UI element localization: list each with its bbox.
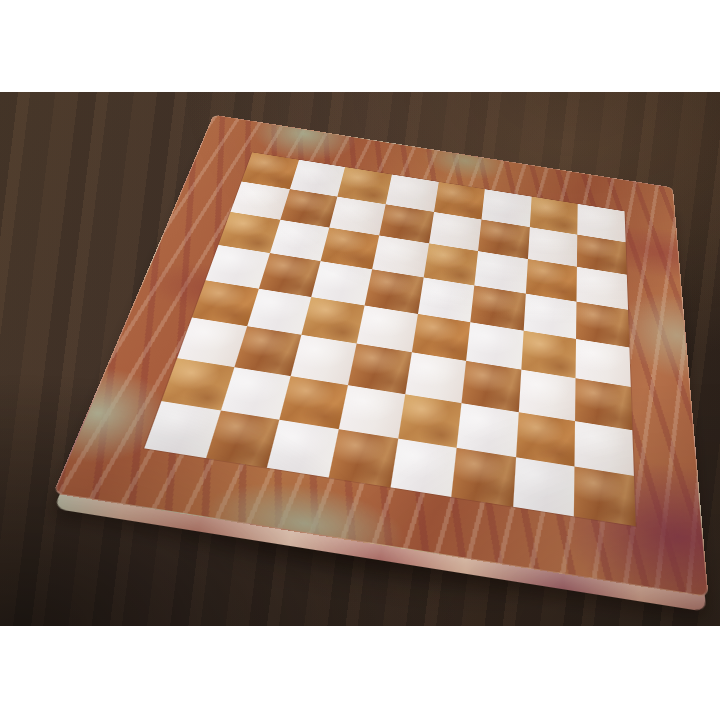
square-d1 bbox=[329, 429, 398, 487]
square-g1 bbox=[513, 458, 575, 517]
top-white-margin bbox=[0, 0, 720, 92]
square-e1 bbox=[390, 439, 457, 497]
square-h1 bbox=[574, 467, 635, 526]
bottom-white-margin bbox=[0, 626, 720, 720]
square-c1 bbox=[267, 420, 338, 477]
board-grid bbox=[144, 152, 635, 526]
square-f1 bbox=[451, 448, 515, 507]
product-photo bbox=[0, 92, 720, 626]
